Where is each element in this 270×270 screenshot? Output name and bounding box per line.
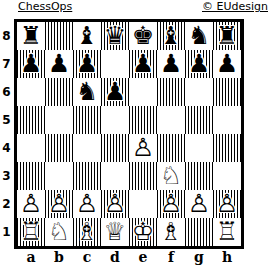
- square-h1[interactable]: ♜♖: [213, 218, 241, 246]
- piece-outline: ♙: [213, 190, 241, 218]
- piece-outline: ♖: [213, 218, 241, 246]
- square-c1[interactable]: ♝♗: [73, 218, 101, 246]
- piece-outline: ♗: [157, 218, 185, 246]
- square-d7[interactable]: [101, 50, 129, 78]
- piece-black-pawn-icon[interactable]: ♟: [73, 50, 101, 78]
- square-d2[interactable]: ♟♙: [101, 190, 129, 218]
- square-b6[interactable]: [45, 78, 73, 106]
- app-title-link[interactable]: ChessOps: [18, 0, 72, 13]
- square-d1[interactable]: ♛♕: [101, 218, 129, 246]
- square-h7[interactable]: ♟: [213, 50, 241, 78]
- file-label-g: g: [185, 249, 213, 265]
- piece-outline: ♕: [101, 218, 129, 246]
- piece-outline: ♘: [45, 218, 73, 246]
- file-label-c: c: [73, 249, 101, 265]
- piece-white-pawn-icon[interactable]: ♟♙: [213, 190, 241, 218]
- square-g4[interactable]: [185, 134, 213, 162]
- rank-label-5: 5: [0, 106, 13, 134]
- piece-black-pawn-icon[interactable]: ♟: [129, 50, 157, 78]
- file-label-a: a: [17, 249, 45, 265]
- square-a3[interactable]: [17, 162, 45, 190]
- square-b2[interactable]: ♟♙: [45, 190, 73, 218]
- piece-outline: ♙: [45, 190, 73, 218]
- square-a7[interactable]: ♟: [17, 50, 45, 78]
- piece-black-rook-icon[interactable]: ♜: [213, 22, 241, 50]
- piece-white-bishop-icon[interactable]: ♝♗: [157, 218, 185, 246]
- square-a5[interactable]: [17, 106, 45, 134]
- square-g3[interactable]: [185, 162, 213, 190]
- square-e1[interactable]: ♚♔: [129, 218, 157, 246]
- square-h3[interactable]: [213, 162, 241, 190]
- square-g7[interactable]: ♟: [185, 50, 213, 78]
- square-a8[interactable]: ♜: [17, 22, 45, 50]
- square-e3[interactable]: [129, 162, 157, 190]
- square-g8[interactable]: ♞: [185, 22, 213, 50]
- rank-label-4: 4: [0, 134, 13, 162]
- piece-white-knight-icon[interactable]: ♞♘: [45, 218, 73, 246]
- square-f8[interactable]: ♝: [157, 22, 185, 50]
- square-c8[interactable]: ♝: [73, 22, 101, 50]
- piece-black-pawn-icon[interactable]: ♟: [185, 50, 213, 78]
- square-f1[interactable]: ♝♗: [157, 218, 185, 246]
- piece-outline: ♔: [129, 218, 157, 246]
- square-f5[interactable]: [157, 106, 185, 134]
- rank-label-8: 8: [0, 22, 13, 50]
- file-label-d: d: [101, 249, 129, 265]
- square-c7[interactable]: ♟: [73, 50, 101, 78]
- square-h8[interactable]: ♜: [213, 22, 241, 50]
- piece-black-pawn-icon[interactable]: ♟: [157, 50, 185, 78]
- piece-white-knight-icon[interactable]: ♞♘: [157, 162, 185, 190]
- rank-label-2: 2: [0, 190, 13, 218]
- piece-black-knight-icon[interactable]: ♞: [185, 22, 213, 50]
- piece-white-pawn-icon[interactable]: ♟♙: [45, 190, 73, 218]
- square-d5[interactable]: [101, 106, 129, 134]
- square-d8[interactable]: ♛: [101, 22, 129, 50]
- piece-black-pawn-icon[interactable]: ♟: [17, 50, 45, 78]
- rank-label-6: 6: [0, 78, 13, 106]
- file-labels: abcdefgh: [17, 249, 241, 265]
- file-label-e: e: [129, 249, 157, 265]
- piece-black-bishop-icon[interactable]: ♝: [157, 22, 185, 50]
- piece-white-king-icon[interactable]: ♚♔: [129, 218, 157, 246]
- square-d6[interactable]: ♟: [101, 78, 129, 106]
- square-e8[interactable]: ♚: [129, 22, 157, 50]
- square-f4[interactable]: [157, 134, 185, 162]
- square-g2[interactable]: ♟♙: [185, 190, 213, 218]
- square-a1[interactable]: ♜♖: [17, 218, 45, 246]
- piece-outline: ♙: [73, 190, 101, 218]
- square-e5[interactable]: [129, 106, 157, 134]
- square-f3[interactable]: ♞♘: [157, 162, 185, 190]
- piece-black-knight-icon[interactable]: ♞: [73, 78, 101, 106]
- square-c3[interactable]: [73, 162, 101, 190]
- file-label-b: b: [45, 249, 73, 265]
- square-e6[interactable]: [129, 78, 157, 106]
- square-e4[interactable]: ♟♙: [129, 134, 157, 162]
- file-label-h: h: [213, 249, 241, 265]
- piece-outline: ♙: [17, 190, 45, 218]
- square-h2[interactable]: ♟♙: [213, 190, 241, 218]
- square-b3[interactable]: [45, 162, 73, 190]
- piece-white-pawn-icon[interactable]: ♟♙: [129, 134, 157, 162]
- square-b5[interactable]: [45, 106, 73, 134]
- piece-white-rook-icon[interactable]: ♜♖: [17, 218, 45, 246]
- square-d4[interactable]: [101, 134, 129, 162]
- square-b4[interactable]: [45, 134, 73, 162]
- piece-white-pawn-icon[interactable]: ♟♙: [17, 190, 45, 218]
- piece-black-pawn-icon[interactable]: ♟: [45, 50, 73, 78]
- piece-white-pawn-icon[interactable]: ♟♙: [101, 190, 129, 218]
- piece-black-pawn-icon[interactable]: ♟: [101, 78, 129, 106]
- piece-white-pawn-icon[interactable]: ♟♙: [157, 190, 185, 218]
- square-a2[interactable]: ♟♙: [17, 190, 45, 218]
- piece-white-pawn-icon[interactable]: ♟♙: [185, 190, 213, 218]
- rank-label-7: 7: [0, 50, 13, 78]
- square-f6[interactable]: [157, 78, 185, 106]
- square-b1[interactable]: ♞♘: [45, 218, 73, 246]
- square-g6[interactable]: [185, 78, 213, 106]
- rank-labels: 87654321: [0, 22, 13, 246]
- square-f7[interactable]: ♟: [157, 50, 185, 78]
- header: ChessOps © EUdesign: [18, 0, 268, 15]
- piece-white-rook-icon[interactable]: ♜♖: [213, 218, 241, 246]
- rank-label-3: 3: [0, 162, 13, 190]
- piece-outline: ♖: [17, 218, 45, 246]
- rank-label-1: 1: [0, 218, 13, 246]
- square-h4[interactable]: [213, 134, 241, 162]
- square-b8[interactable]: [45, 22, 73, 50]
- piece-outline: ♙: [101, 190, 129, 218]
- piece-black-bishop-icon[interactable]: ♝: [73, 22, 101, 50]
- square-d3[interactable]: [101, 162, 129, 190]
- square-f2[interactable]: ♟♙: [157, 190, 185, 218]
- piece-black-pawn-icon[interactable]: ♟: [213, 50, 241, 78]
- file-label-f: f: [157, 249, 185, 265]
- piece-outline: ♙: [157, 190, 185, 218]
- piece-black-rook-icon[interactable]: ♜: [17, 22, 45, 50]
- square-h6[interactable]: [213, 78, 241, 106]
- piece-outline: ♗: [73, 218, 101, 246]
- square-c6[interactable]: ♞: [73, 78, 101, 106]
- square-a4[interactable]: [17, 134, 45, 162]
- square-e7[interactable]: ♟: [129, 50, 157, 78]
- credit-link[interactable]: © EUdesign: [202, 0, 268, 13]
- piece-outline: ♙: [129, 134, 157, 162]
- square-g5[interactable]: [185, 106, 213, 134]
- square-c2[interactable]: ♟♙: [73, 190, 101, 218]
- square-c4[interactable]: [73, 134, 101, 162]
- piece-white-queen-icon[interactable]: ♛♕: [101, 218, 129, 246]
- piece-white-pawn-icon[interactable]: ♟♙: [73, 190, 101, 218]
- square-b7[interactable]: ♟: [45, 50, 73, 78]
- square-c5[interactable]: [73, 106, 101, 134]
- square-e2[interactable]: [129, 190, 157, 218]
- square-a6[interactable]: [17, 78, 45, 106]
- piece-outline: ♘: [157, 162, 185, 190]
- piece-outline: ♙: [185, 190, 213, 218]
- piece-black-queen-icon[interactable]: ♛: [101, 22, 129, 50]
- square-g1[interactable]: [185, 218, 213, 246]
- piece-white-bishop-icon[interactable]: ♝♗: [73, 218, 101, 246]
- square-h5[interactable]: [213, 106, 241, 134]
- piece-black-king-icon[interactable]: ♚: [129, 22, 157, 50]
- chess-board[interactable]: ♜♝♛♚♝♞♜♟♟♟♟♟♟♟♞♟♟♙♞♘♟♙♟♙♟♙♟♙♟♙♟♙♟♙♜♖♞♘♝♗…: [14, 19, 244, 249]
